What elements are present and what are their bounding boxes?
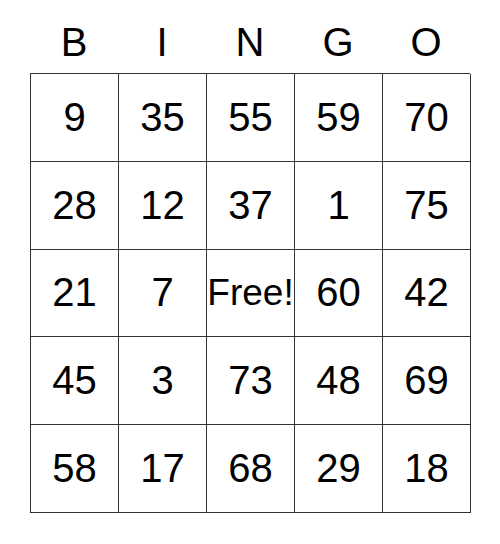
cell-r0c3[interactable]: 59 <box>295 74 383 162</box>
bingo-card: B I N G O 9 35 55 59 70 28 12 37 1 75 21… <box>30 0 470 513</box>
cell-r4c1[interactable]: 17 <box>119 425 207 513</box>
cell-r0c0[interactable]: 9 <box>31 74 119 162</box>
cell-r0c4[interactable]: 70 <box>383 74 471 162</box>
cell-r2c3[interactable]: 60 <box>295 250 383 338</box>
cell-r2c4[interactable]: 42 <box>383 250 471 338</box>
header-letter-i: I <box>118 22 206 73</box>
cell-r1c3[interactable]: 1 <box>295 162 383 250</box>
cell-r3c3[interactable]: 48 <box>295 337 383 425</box>
cell-r1c2[interactable]: 37 <box>207 162 295 250</box>
cell-r1c0[interactable]: 28 <box>31 162 119 250</box>
cell-r4c2[interactable]: 68 <box>207 425 295 513</box>
cell-r3c0[interactable]: 45 <box>31 337 119 425</box>
header-letter-o: O <box>382 22 470 73</box>
cell-r4c3[interactable]: 29 <box>295 425 383 513</box>
free-cell[interactable]: Free! <box>207 250 295 338</box>
cell-r3c1[interactable]: 3 <box>119 337 207 425</box>
cell-r3c4[interactable]: 69 <box>383 337 471 425</box>
bingo-header: B I N G O <box>30 0 470 73</box>
cell-r1c1[interactable]: 12 <box>119 162 207 250</box>
cell-r2c1[interactable]: 7 <box>119 250 207 338</box>
cell-r0c2[interactable]: 55 <box>207 74 295 162</box>
header-letter-b: B <box>30 22 118 73</box>
cell-r0c1[interactable]: 35 <box>119 74 207 162</box>
bingo-board: 9 35 55 59 70 28 12 37 1 75 21 7 Free! 6… <box>30 73 470 513</box>
cell-r3c2[interactable]: 73 <box>207 337 295 425</box>
cell-r1c4[interactable]: 75 <box>383 162 471 250</box>
header-letter-g: G <box>294 22 382 73</box>
cell-r4c0[interactable]: 58 <box>31 425 119 513</box>
cell-r4c4[interactable]: 18 <box>383 425 471 513</box>
header-letter-n: N <box>206 22 294 73</box>
cell-r2c0[interactable]: 21 <box>31 250 119 338</box>
